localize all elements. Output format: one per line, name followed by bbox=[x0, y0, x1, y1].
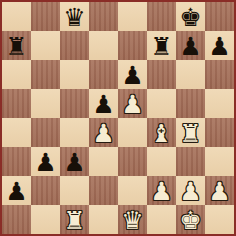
square-h5[interactable] bbox=[205, 89, 234, 118]
square-b4[interactable] bbox=[31, 118, 60, 147]
square-e1[interactable]: ♛ bbox=[118, 205, 147, 234]
square-e4[interactable] bbox=[118, 118, 147, 147]
square-g1[interactable]: ♚ bbox=[176, 205, 205, 234]
square-h2[interactable]: ♟ bbox=[205, 176, 234, 205]
square-e6[interactable]: ♟ bbox=[118, 60, 147, 89]
square-h8[interactable] bbox=[205, 2, 234, 31]
square-f7[interactable]: ♜ bbox=[147, 31, 176, 60]
square-e2[interactable] bbox=[118, 176, 147, 205]
piece-white-pawn-f2[interactable]: ♟ bbox=[150, 177, 172, 206]
square-f3[interactable] bbox=[147, 147, 176, 176]
square-b6[interactable] bbox=[31, 60, 60, 89]
square-e5[interactable]: ♟ bbox=[118, 89, 147, 118]
square-f8[interactable] bbox=[147, 2, 176, 31]
square-c3[interactable]: ♟ bbox=[60, 147, 89, 176]
square-e8[interactable] bbox=[118, 2, 147, 31]
square-c7[interactable] bbox=[60, 31, 89, 60]
square-b3[interactable]: ♟ bbox=[31, 147, 60, 176]
square-a5[interactable] bbox=[2, 89, 31, 118]
square-h7[interactable]: ♟ bbox=[205, 31, 234, 60]
piece-black-rook-f7[interactable]: ♜ bbox=[150, 32, 172, 61]
square-c2[interactable] bbox=[60, 176, 89, 205]
square-g5[interactable] bbox=[176, 89, 205, 118]
chess-board-frame: ♛♚♜♜♟♟♟♟♟♟♝♜♟♟♟♟♟♟♜♛♚ bbox=[0, 0, 236, 236]
piece-black-pawn-a2[interactable]: ♟ bbox=[5, 177, 27, 206]
piece-black-pawn-c3[interactable]: ♟ bbox=[63, 148, 85, 177]
square-f1[interactable] bbox=[147, 205, 176, 234]
piece-black-pawn-e6[interactable]: ♟ bbox=[121, 61, 143, 90]
piece-white-queen-e1[interactable]: ♛ bbox=[121, 206, 143, 235]
piece-black-pawn-b3[interactable]: ♟ bbox=[34, 148, 56, 177]
piece-black-pawn-d5[interactable]: ♟ bbox=[92, 90, 114, 119]
square-a4[interactable] bbox=[2, 118, 31, 147]
square-a8[interactable] bbox=[2, 2, 31, 31]
square-a7[interactable]: ♜ bbox=[2, 31, 31, 60]
square-d1[interactable] bbox=[89, 205, 118, 234]
piece-black-king-g8[interactable]: ♚ bbox=[179, 3, 201, 32]
square-e7[interactable] bbox=[118, 31, 147, 60]
square-c1[interactable]: ♜ bbox=[60, 205, 89, 234]
square-b8[interactable] bbox=[31, 2, 60, 31]
square-a1[interactable] bbox=[2, 205, 31, 234]
square-g6[interactable] bbox=[176, 60, 205, 89]
square-f2[interactable]: ♟ bbox=[147, 176, 176, 205]
square-c4[interactable] bbox=[60, 118, 89, 147]
piece-black-pawn-g7[interactable]: ♟ bbox=[179, 32, 201, 61]
piece-black-rook-a7[interactable]: ♜ bbox=[5, 32, 27, 61]
piece-white-pawn-d4[interactable]: ♟ bbox=[92, 119, 114, 148]
chess-board: ♛♚♜♜♟♟♟♟♟♟♝♜♟♟♟♟♟♟♜♛♚ bbox=[2, 2, 234, 234]
piece-white-rook-c1[interactable]: ♜ bbox=[63, 206, 85, 235]
square-d2[interactable] bbox=[89, 176, 118, 205]
square-g8[interactable]: ♚ bbox=[176, 2, 205, 31]
square-a3[interactable] bbox=[2, 147, 31, 176]
square-g4[interactable]: ♜ bbox=[176, 118, 205, 147]
square-d4[interactable]: ♟ bbox=[89, 118, 118, 147]
square-g3[interactable] bbox=[176, 147, 205, 176]
square-g2[interactable]: ♟ bbox=[176, 176, 205, 205]
square-d6[interactable] bbox=[89, 60, 118, 89]
square-d5[interactable]: ♟ bbox=[89, 89, 118, 118]
square-d3[interactable] bbox=[89, 147, 118, 176]
square-h1[interactable] bbox=[205, 205, 234, 234]
square-a6[interactable] bbox=[2, 60, 31, 89]
square-f5[interactable] bbox=[147, 89, 176, 118]
square-d8[interactable] bbox=[89, 2, 118, 31]
piece-black-pawn-h7[interactable]: ♟ bbox=[208, 32, 230, 61]
square-c6[interactable] bbox=[60, 60, 89, 89]
piece-black-queen-c8[interactable]: ♛ bbox=[63, 3, 85, 32]
piece-white-king-g1[interactable]: ♚ bbox=[179, 206, 201, 235]
square-b1[interactable] bbox=[31, 205, 60, 234]
square-d7[interactable] bbox=[89, 31, 118, 60]
square-c8[interactable]: ♛ bbox=[60, 2, 89, 31]
square-h6[interactable] bbox=[205, 60, 234, 89]
square-f4[interactable]: ♝ bbox=[147, 118, 176, 147]
piece-white-rook-g4[interactable]: ♜ bbox=[179, 119, 201, 148]
square-b2[interactable] bbox=[31, 176, 60, 205]
square-h3[interactable] bbox=[205, 147, 234, 176]
square-g7[interactable]: ♟ bbox=[176, 31, 205, 60]
square-f6[interactable] bbox=[147, 60, 176, 89]
piece-white-bishop-f4[interactable]: ♝ bbox=[150, 119, 172, 148]
square-e3[interactable] bbox=[118, 147, 147, 176]
square-h4[interactable] bbox=[205, 118, 234, 147]
square-b5[interactable] bbox=[31, 89, 60, 118]
piece-white-pawn-h2[interactable]: ♟ bbox=[208, 177, 230, 206]
square-b7[interactable] bbox=[31, 31, 60, 60]
piece-white-pawn-g2[interactable]: ♟ bbox=[179, 177, 201, 206]
piece-white-pawn-e5[interactable]: ♟ bbox=[121, 90, 143, 119]
square-a2[interactable]: ♟ bbox=[2, 176, 31, 205]
square-c5[interactable] bbox=[60, 89, 89, 118]
